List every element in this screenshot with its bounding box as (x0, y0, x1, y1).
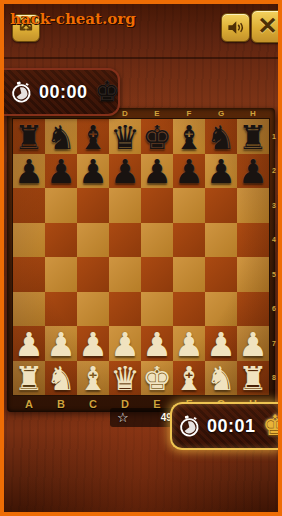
square-a2[interactable]: ♟ (13, 154, 45, 189)
rank-label-4: 4 (272, 236, 276, 243)
square-e7[interactable]: ♟ (141, 326, 173, 361)
square-h8[interactable]: ♜ (237, 361, 269, 396)
piece-white-pawn[interactable]: ♟ (109, 330, 141, 360)
piece-white-rook[interactable]: ♜ (237, 364, 269, 394)
piece-black-king[interactable]: ♚ (141, 123, 173, 153)
square-d8[interactable]: ♛ (109, 361, 141, 396)
square-c8[interactable]: ♝ (77, 361, 109, 396)
square-d6[interactable] (109, 292, 141, 327)
square-b2[interactable]: ♟ (45, 154, 77, 189)
speaker-icon (226, 18, 245, 37)
game-screen: hack-cheat.org ✕ 00:00 ♚ ABCDEFGH (0, 0, 282, 516)
square-g8[interactable]: ♞ (205, 361, 237, 396)
wood-plank-seam (4, 57, 278, 59)
square-f8[interactable]: ♝ (173, 361, 205, 396)
rank-label-5: 5 (272, 271, 276, 278)
piece-white-pawn[interactable]: ♟ (205, 330, 237, 360)
piece-white-bishop[interactable]: ♝ (77, 364, 109, 394)
square-c5[interactable] (77, 257, 109, 292)
square-g4[interactable] (205, 223, 237, 258)
square-f3[interactable] (173, 188, 205, 223)
file-label-e: E (141, 109, 173, 118)
square-b5[interactable] (45, 257, 77, 292)
piece-black-pawn[interactable]: ♟ (45, 157, 77, 187)
piece-white-knight[interactable]: ♞ (205, 364, 237, 394)
square-f1[interactable]: ♝ (173, 119, 205, 154)
watermark-text: hack-cheat.org (10, 10, 136, 28)
square-b1[interactable]: ♞ (45, 119, 77, 154)
square-h5[interactable] (237, 257, 269, 292)
square-c7[interactable]: ♟ (77, 326, 109, 361)
stopwatch-icon (8, 79, 35, 106)
rank-label-2: 2 (272, 167, 276, 174)
rank-label-6: 6 (272, 305, 276, 312)
square-h1[interactable]: ♜ (237, 119, 269, 154)
square-g2[interactable]: ♟ (205, 154, 237, 189)
piece-black-queen[interactable]: ♛ (109, 123, 141, 153)
piece-black-pawn[interactable]: ♟ (173, 157, 205, 187)
square-f6[interactable] (173, 292, 205, 327)
square-f7[interactable]: ♟ (173, 326, 205, 361)
piece-white-pawn[interactable]: ♟ (173, 330, 205, 360)
piece-black-pawn[interactable]: ♟ (13, 157, 45, 187)
square-d4[interactable] (109, 223, 141, 258)
square-a5[interactable] (13, 257, 45, 292)
piece-white-queen[interactable]: ♛ (109, 364, 141, 394)
square-b6[interactable] (45, 292, 77, 327)
square-e4[interactable] (141, 223, 173, 258)
rank-label-8: 8 (272, 374, 276, 381)
square-g7[interactable]: ♟ (205, 326, 237, 361)
square-e8[interactable]: ♚ (141, 361, 173, 396)
square-c1[interactable]: ♝ (77, 119, 109, 154)
piece-white-pawn[interactable]: ♟ (13, 330, 45, 360)
piece-black-pawn[interactable]: ♟ (205, 157, 237, 187)
square-d7[interactable]: ♟ (109, 326, 141, 361)
piece-black-bishop[interactable]: ♝ (77, 123, 109, 153)
square-e3[interactable] (141, 188, 173, 223)
square-b3[interactable] (45, 188, 77, 223)
close-button[interactable]: ✕ (251, 10, 282, 43)
rank-label-1: 1 (272, 133, 276, 140)
square-b4[interactable] (45, 223, 77, 258)
square-d1[interactable]: ♛ (109, 119, 141, 154)
square-b8[interactable]: ♞ (45, 361, 77, 396)
piece-white-pawn[interactable]: ♟ (45, 330, 77, 360)
piece-black-pawn[interactable]: ♟ (141, 157, 173, 187)
piece-black-bishop[interactable]: ♝ (173, 123, 205, 153)
square-c6[interactable] (77, 292, 109, 327)
ranks-right: 12345678 (272, 119, 276, 395)
piece-white-pawn[interactable]: ♟ (237, 330, 269, 360)
square-e5[interactable] (141, 257, 173, 292)
square-g1[interactable]: ♞ (205, 119, 237, 154)
square-a1[interactable]: ♜ (13, 119, 45, 154)
piece-white-rook[interactable]: ♜ (13, 364, 45, 394)
square-c4[interactable] (77, 223, 109, 258)
black-king-icon: ♚ (95, 78, 120, 106)
square-h6[interactable] (237, 292, 269, 327)
piece-white-knight[interactable]: ♞ (45, 364, 77, 394)
piece-white-king[interactable]: ♚ (141, 364, 173, 394)
piece-black-knight[interactable]: ♞ (45, 123, 77, 153)
square-c2[interactable]: ♟ (77, 154, 109, 189)
square-d3[interactable] (109, 188, 141, 223)
square-b7[interactable]: ♟ (45, 326, 77, 361)
square-e2[interactable]: ♟ (141, 154, 173, 189)
square-h7[interactable]: ♟ (237, 326, 269, 361)
piece-black-rook[interactable]: ♜ (237, 123, 269, 153)
file-label-b: B (45, 398, 77, 410)
board-grid: ♜♞♝♛♚♝♞♜♟♟♟♟♟♟♟♟♟♟♟♟♟♟♟♟♜♞♝♛♚♝♞♜ (13, 119, 269, 395)
black-clock-time: 00:00 (39, 82, 88, 103)
square-a6[interactable] (13, 292, 45, 327)
piece-black-knight[interactable]: ♞ (205, 123, 237, 153)
square-g5[interactable] (205, 257, 237, 292)
sound-button[interactable] (221, 13, 250, 42)
piece-white-pawn[interactable]: ♟ (141, 330, 173, 360)
file-label-a: A (13, 398, 45, 410)
black-clock-panel: 00:00 ♚ (4, 68, 120, 116)
white-clock-time: 00:01 (207, 416, 256, 437)
star-icon: ☆ (117, 411, 129, 424)
square-f2[interactable]: ♟ (173, 154, 205, 189)
square-a4[interactable] (13, 223, 45, 258)
stopwatch-icon (176, 413, 203, 440)
piece-white-pawn[interactable]: ♟ (77, 330, 109, 360)
square-h4[interactable] (237, 223, 269, 258)
square-f4[interactable] (173, 223, 205, 258)
square-c3[interactable] (77, 188, 109, 223)
square-d2[interactable]: ♟ (109, 154, 141, 189)
square-g6[interactable] (205, 292, 237, 327)
square-e1[interactable]: ♚ (141, 119, 173, 154)
file-label-g: G (205, 109, 237, 118)
chess-board: ABCDEFGH ♜♞♝♛♚♝♞♜♟♟♟♟♟♟♟♟♟♟♟♟♟♟♟♟♜♞♝♛♚♝♞… (7, 108, 275, 412)
rank-label-3: 3 (272, 202, 276, 209)
square-d5[interactable] (109, 257, 141, 292)
square-f5[interactable] (173, 257, 205, 292)
file-label-f: F (173, 109, 205, 118)
square-a3[interactable] (13, 188, 45, 223)
square-e6[interactable] (141, 292, 173, 327)
square-h3[interactable] (237, 188, 269, 223)
piece-black-rook[interactable]: ♜ (13, 123, 45, 153)
square-a7[interactable]: ♟ (13, 326, 45, 361)
piece-black-pawn[interactable]: ♟ (237, 157, 269, 187)
gold-king-icon: ♚ (263, 412, 282, 440)
rank-label-7: 7 (272, 340, 276, 347)
piece-white-bishop[interactable]: ♝ (173, 364, 205, 394)
square-a8[interactable]: ♜ (13, 361, 45, 396)
piece-black-pawn[interactable]: ♟ (109, 157, 141, 187)
square-h2[interactable]: ♟ (237, 154, 269, 189)
file-label-h: H (237, 109, 269, 118)
close-x-icon: ✕ (257, 14, 277, 38)
square-g3[interactable] (205, 188, 237, 223)
file-label-c: C (77, 398, 109, 410)
piece-black-pawn[interactable]: ♟ (77, 157, 109, 187)
white-clock-panel: 00:01 ♚ (170, 402, 278, 450)
